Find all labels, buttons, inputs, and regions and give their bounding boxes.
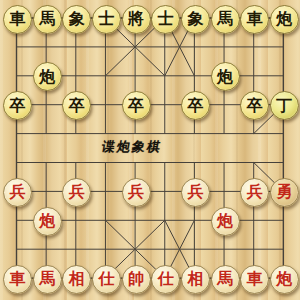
piece-red-soldier[interactable]: 兵 — [240, 178, 269, 207]
piece-red-yong[interactable]: 勇 — [270, 178, 299, 207]
piece-red-general[interactable]: 帥 — [122, 265, 151, 294]
piece-black-cannon[interactable]: 炮 — [33, 62, 62, 91]
piece-red-soldier[interactable]: 兵 — [62, 178, 91, 207]
piece-black-advisor[interactable]: 士 — [92, 5, 121, 34]
piece-black-cannon[interactable]: 炮 — [211, 62, 240, 91]
piece-black-chariot[interactable]: 車 — [3, 5, 32, 34]
river-watermark-text: 谍炮象棋 — [100, 138, 163, 156]
piece-red-cannon[interactable]: 炮 — [211, 207, 240, 236]
piece-red-soldier[interactable]: 兵 — [122, 178, 151, 207]
piece-red-soldier[interactable]: 兵 — [3, 178, 32, 207]
piece-black-elephant[interactable]: 象 — [62, 5, 91, 34]
piece-red-cannon[interactable]: 炮 — [33, 207, 62, 236]
piece-black-general[interactable]: 將 — [122, 5, 151, 34]
piece-black-soldier[interactable]: 卒 — [122, 91, 151, 120]
xiangqi-board[interactable]: 谍炮象棋 車馬象士將士象馬車炮炮炮卒卒卒卒卒丁兵兵兵兵兵勇炮炮車馬相仕帥仕相馬車… — [0, 0, 300, 300]
piece-black-soldier[interactable]: 卒 — [181, 91, 210, 120]
piece-black-horse[interactable]: 馬 — [211, 5, 240, 34]
piece-red-chariot[interactable]: 車 — [3, 265, 32, 294]
piece-black-cannon[interactable]: 炮 — [270, 5, 299, 34]
piece-red-elephant[interactable]: 相 — [181, 265, 210, 294]
piece-black-soldier[interactable]: 卒 — [3, 91, 32, 120]
piece-red-elephant[interactable]: 相 — [62, 265, 91, 294]
piece-black-chariot[interactable]: 車 — [240, 5, 269, 34]
piece-black-advisor[interactable]: 士 — [151, 5, 180, 34]
piece-red-advisor[interactable]: 仕 — [92, 265, 121, 294]
piece-red-advisor[interactable]: 仕 — [151, 265, 180, 294]
piece-red-chariot[interactable]: 車 — [240, 265, 269, 294]
piece-red-horse[interactable]: 馬 — [33, 265, 62, 294]
piece-red-cannon[interactable]: 炮 — [270, 265, 299, 294]
piece-red-horse[interactable]: 馬 — [211, 265, 240, 294]
piece-red-soldier[interactable]: 兵 — [181, 178, 210, 207]
piece-black-horse[interactable]: 馬 — [33, 5, 62, 34]
piece-black-ding[interactable]: 丁 — [270, 91, 299, 120]
piece-black-elephant[interactable]: 象 — [181, 5, 210, 34]
